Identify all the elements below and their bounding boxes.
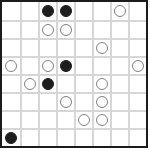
white-circle [96,78,109,91]
cell-r2c2[interactable] [20,20,38,38]
cell-r5c6[interactable] [92,74,110,92]
cell-r8c6[interactable] [92,128,110,146]
cell-r6c7[interactable] [110,92,128,110]
cell-r4c5[interactable] [74,56,92,74]
cell-r2c6[interactable] [92,20,110,38]
cell-r1c7[interactable] [110,2,128,20]
cell-r1c8[interactable] [128,2,146,20]
cell-r6c6[interactable] [92,92,110,110]
white-circle [5,60,18,73]
white-circle [96,96,109,109]
cell-r4c6[interactable] [92,56,110,74]
cell-r3c2[interactable] [20,38,38,56]
cell-r1c4[interactable] [56,2,74,20]
black-circle [5,132,18,145]
white-circle [60,24,73,37]
black-circle [60,60,73,73]
cell-r7c7[interactable] [110,110,128,128]
white-circle [96,42,109,55]
cell-r5c1[interactable] [2,74,20,92]
cell-r7c5[interactable] [74,110,92,128]
black-circle [42,78,55,91]
cell-r8c5[interactable] [74,128,92,146]
cell-r4c7[interactable] [110,56,128,74]
cell-r7c2[interactable] [20,110,38,128]
cell-r4c1[interactable] [2,56,20,74]
cell-r5c2[interactable] [20,74,38,92]
cell-r6c4[interactable] [56,92,74,110]
cell-r5c3[interactable] [38,74,56,92]
masyu-puzzle [0,0,150,150]
cell-r5c5[interactable] [74,74,92,92]
cell-r8c2[interactable] [20,128,38,146]
cell-r4c2[interactable] [20,56,38,74]
cell-r7c4[interactable] [56,110,74,128]
cell-r4c8[interactable] [128,56,146,74]
masyu-board [0,0,148,148]
cell-r3c7[interactable] [110,38,128,56]
cell-r7c8[interactable] [128,110,146,128]
cell-r2c4[interactable] [56,20,74,38]
white-circle [114,5,127,18]
cell-r5c7[interactable] [110,74,128,92]
cell-r3c5[interactable] [74,38,92,56]
cell-r2c8[interactable] [128,20,146,38]
cell-r6c1[interactable] [2,92,20,110]
cell-r8c8[interactable] [128,128,146,146]
cell-r2c1[interactable] [2,20,20,38]
cell-r2c5[interactable] [74,20,92,38]
cell-r3c1[interactable] [2,38,20,56]
cell-r8c4[interactable] [56,128,74,146]
cell-r6c2[interactable] [20,92,38,110]
cell-r4c3[interactable] [38,56,56,74]
cell-r3c8[interactable] [128,38,146,56]
cell-r1c5[interactable] [74,2,92,20]
cell-r5c8[interactable] [128,74,146,92]
cell-r7c3[interactable] [38,110,56,128]
white-circle [132,60,145,73]
cell-r6c8[interactable] [128,92,146,110]
cell-r3c3[interactable] [38,38,56,56]
black-circle [60,5,73,18]
white-circle [78,114,91,127]
cell-r1c3[interactable] [38,2,56,20]
white-circle [60,96,73,109]
black-circle [42,5,55,18]
cell-r7c6[interactable] [92,110,110,128]
cell-r1c2[interactable] [20,2,38,20]
cell-r3c6[interactable] [92,38,110,56]
cell-r8c7[interactable] [110,128,128,146]
cell-r8c3[interactable] [38,128,56,146]
cell-r1c1[interactable] [2,2,20,20]
cell-r6c3[interactable] [38,92,56,110]
white-circle [42,60,55,73]
white-circle [42,24,55,37]
cell-r7c1[interactable] [2,110,20,128]
cell-r8c1[interactable] [2,128,20,146]
cell-r5c4[interactable] [56,74,74,92]
white-circle [24,78,37,91]
cell-r2c7[interactable] [110,20,128,38]
cell-r6c5[interactable] [74,92,92,110]
cell-r1c6[interactable] [92,2,110,20]
cell-r4c4[interactable] [56,56,74,74]
cell-r2c3[interactable] [38,20,56,38]
white-circle [96,114,109,127]
cell-r3c4[interactable] [56,38,74,56]
